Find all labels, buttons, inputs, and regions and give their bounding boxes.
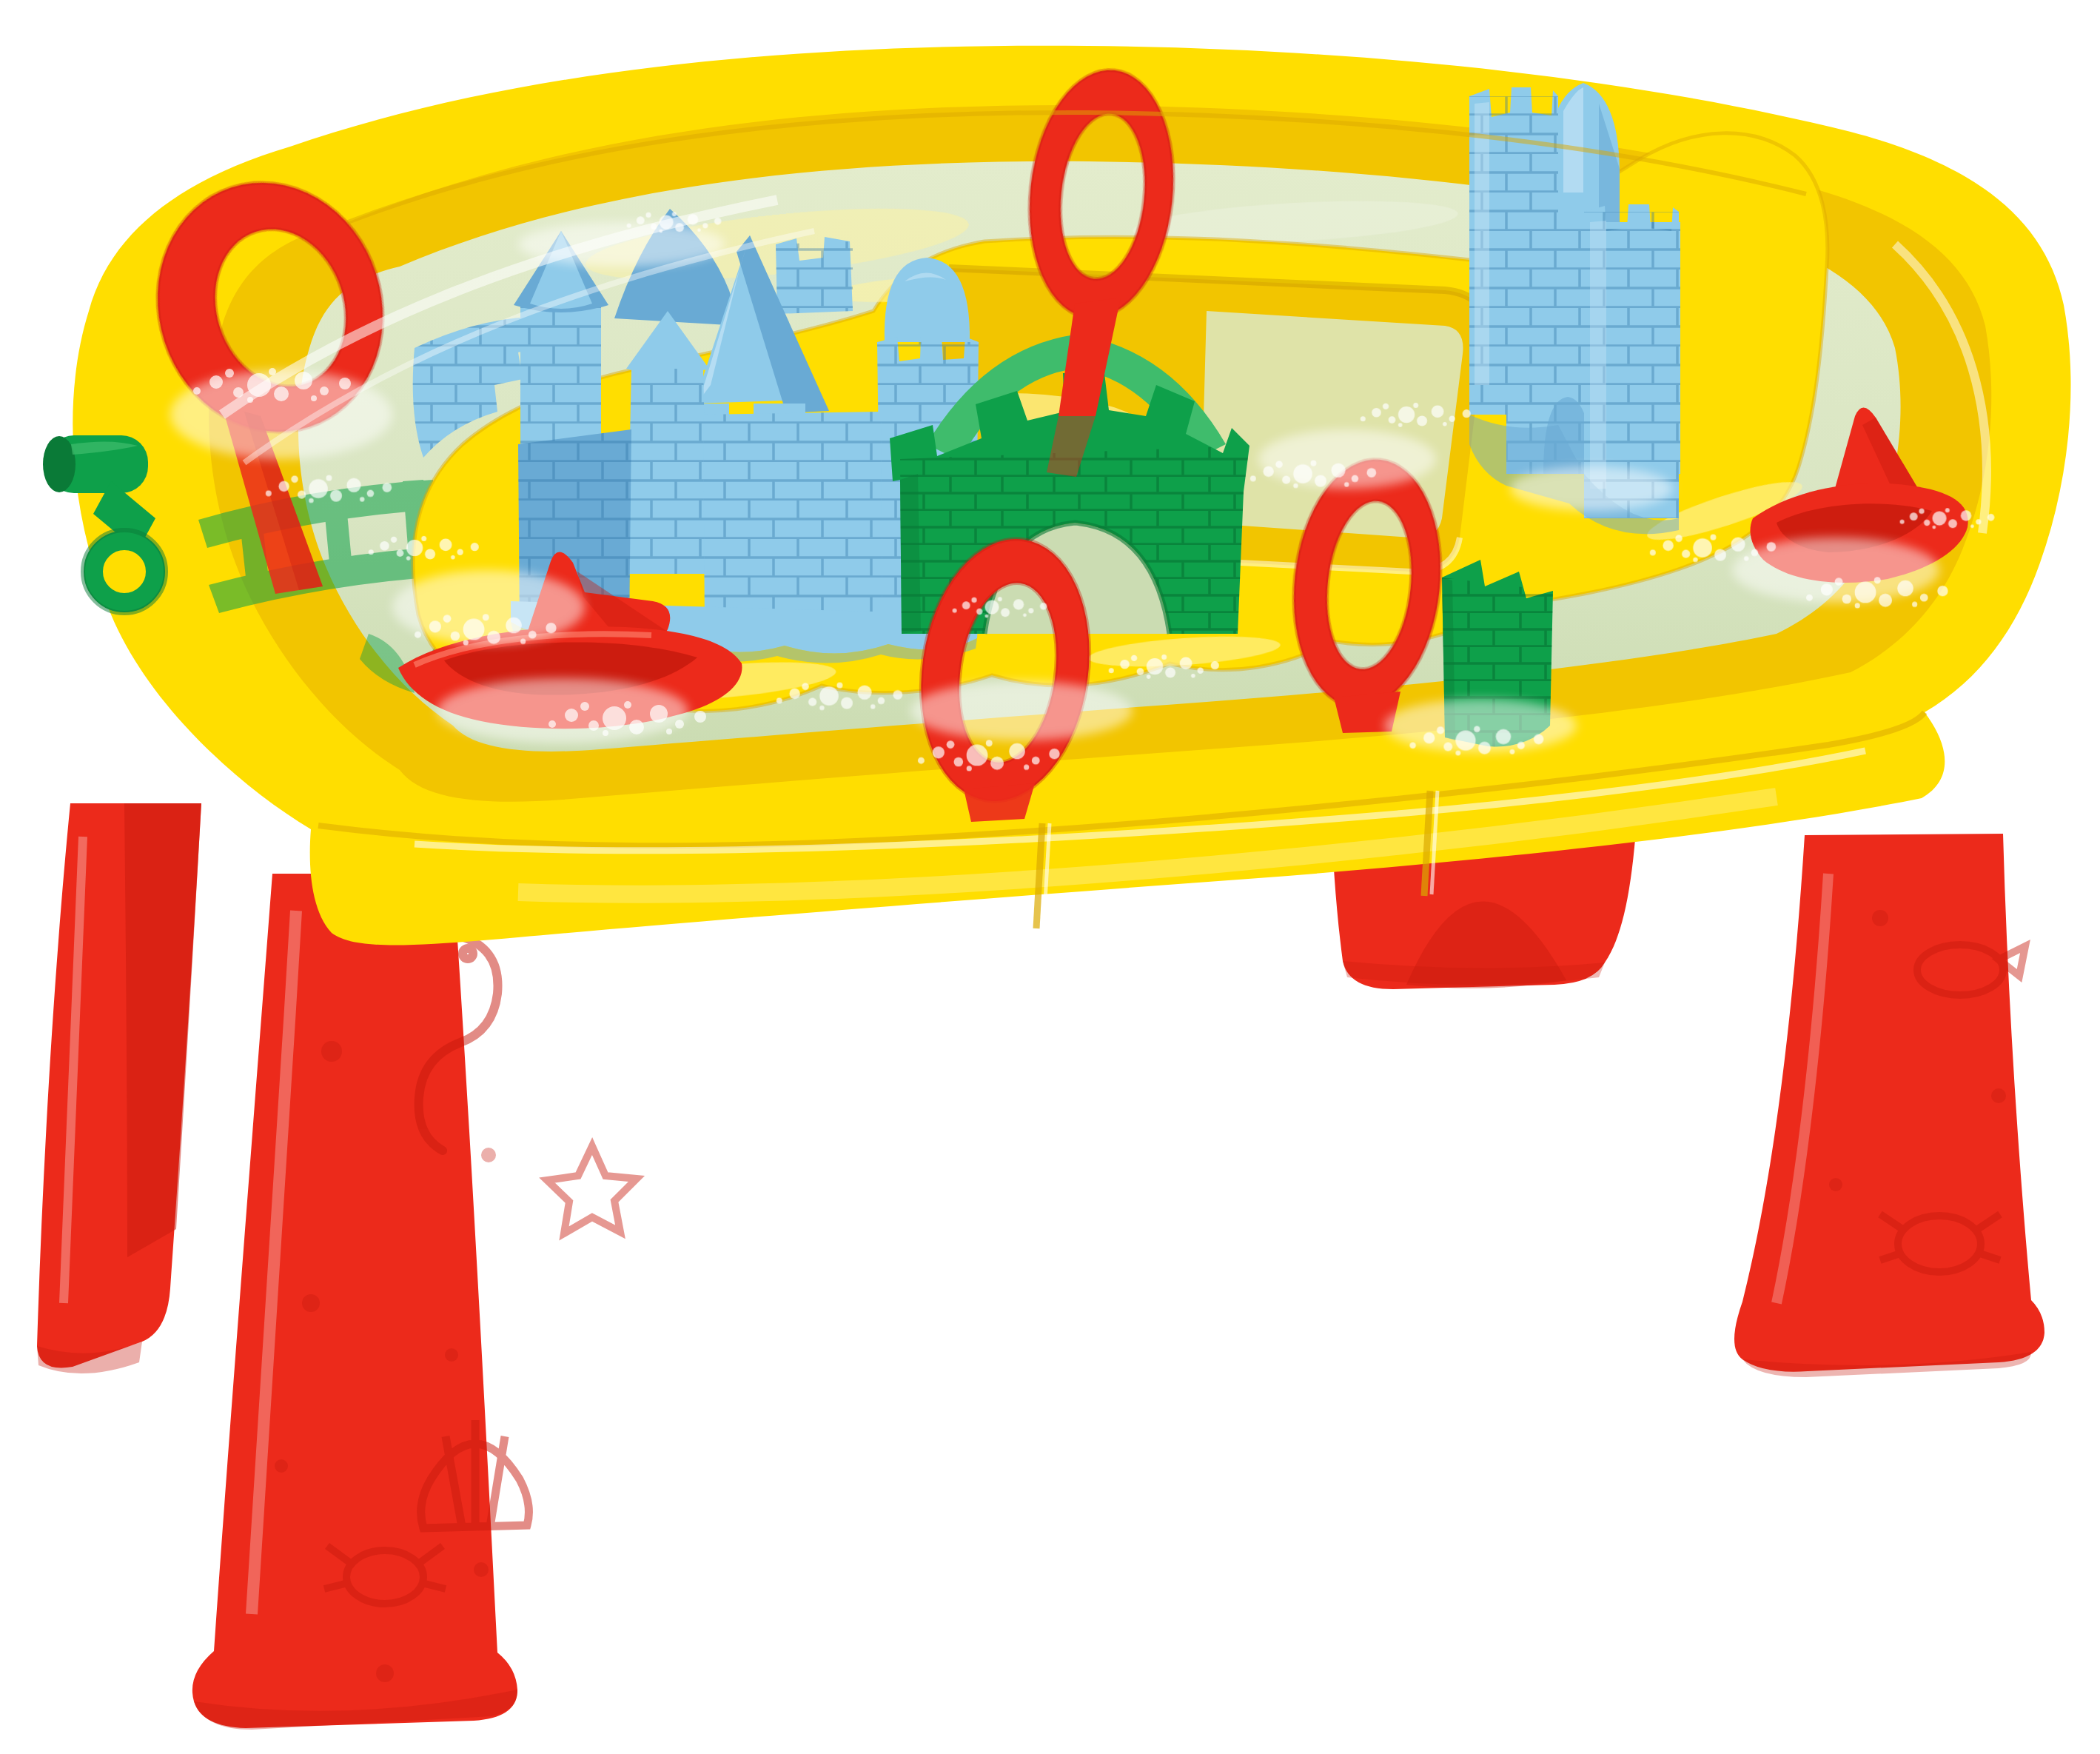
leg-emboss-starfish (547, 1146, 637, 1234)
leg-front-left (192, 874, 637, 1730)
play-table-illustration: children's plastic sand and water activi… (0, 0, 2100, 1754)
leg-back-left (37, 803, 201, 1373)
leg-front-right (1734, 834, 2044, 1377)
product-photo: children's plastic sand and water activi… (0, 0, 2100, 1754)
